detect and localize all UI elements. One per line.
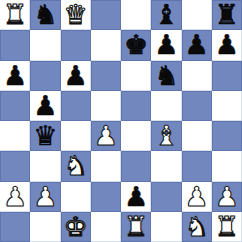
square-a7[interactable]: [0, 30, 30, 60]
square-c3[interactable]: ♞: [61, 151, 91, 181]
piece-black-knight-f6[interactable]: ♞: [154, 61, 178, 91]
square-g7[interactable]: ♟: [182, 30, 212, 60]
square-e8[interactable]: [121, 0, 151, 30]
square-d1[interactable]: [91, 212, 121, 242]
square-c1[interactable]: ♚: [61, 212, 91, 242]
piece-black-pawn-f7[interactable]: ♟: [154, 30, 178, 60]
piece-white-queen-c8[interactable]: ♛: [64, 0, 88, 30]
square-c7[interactable]: [61, 30, 91, 60]
square-a4[interactable]: [0, 121, 30, 151]
square-c4[interactable]: [61, 121, 91, 151]
piece-white-rook-h1[interactable]: ♜: [215, 212, 239, 242]
piece-white-bishop-f4[interactable]: ♝: [154, 121, 178, 151]
piece-black-pawn-c6[interactable]: ♟: [64, 61, 88, 91]
square-c5[interactable]: [61, 91, 91, 121]
square-d7[interactable]: [91, 30, 121, 60]
chess-board-wrapper: ♜♞♛♝♜♚♟♟♟♟♟♞♟♛♟♝♞♟♟♟♟♟♚♜♞♜: [0, 0, 242, 242]
square-g8[interactable]: [182, 0, 212, 30]
piece-black-pawn-h7[interactable]: ♟: [215, 30, 239, 60]
square-h7[interactable]: ♟: [212, 30, 242, 60]
square-e7[interactable]: ♚: [121, 30, 151, 60]
square-e4[interactable]: [121, 121, 151, 151]
square-g6[interactable]: [182, 61, 212, 91]
square-c6[interactable]: ♟: [61, 61, 91, 91]
square-a5[interactable]: [0, 91, 30, 121]
square-a2[interactable]: ♟: [0, 182, 30, 212]
square-e3[interactable]: [121, 151, 151, 181]
square-b2[interactable]: ♟: [30, 182, 60, 212]
piece-white-pawn-d4[interactable]: ♟: [94, 121, 118, 151]
square-g4[interactable]: [182, 121, 212, 151]
square-b8[interactable]: ♞: [30, 0, 60, 30]
square-d4[interactable]: ♟: [91, 121, 121, 151]
piece-black-king-e7[interactable]: ♚: [124, 30, 148, 60]
square-g1[interactable]: ♞: [182, 212, 212, 242]
square-f8[interactable]: ♝: [151, 0, 181, 30]
square-h6[interactable]: [212, 61, 242, 91]
square-a1[interactable]: [0, 212, 30, 242]
square-d8[interactable]: [91, 0, 121, 30]
square-d2[interactable]: [91, 182, 121, 212]
piece-black-rook-h8[interactable]: ♜: [215, 0, 239, 30]
piece-black-bishop-f8[interactable]: ♝: [154, 0, 178, 30]
square-d6[interactable]: [91, 61, 121, 91]
piece-black-pawn-b5[interactable]: ♟: [33, 91, 57, 121]
square-h1[interactable]: ♜: [212, 212, 242, 242]
square-h3[interactable]: [212, 151, 242, 181]
square-b6[interactable]: [30, 61, 60, 91]
piece-white-pawn-b2[interactable]: ♟: [33, 182, 57, 212]
square-h8[interactable]: ♜: [212, 0, 242, 30]
square-b4[interactable]: ♛: [30, 121, 60, 151]
square-d3[interactable]: [91, 151, 121, 181]
square-e1[interactable]: ♜: [121, 212, 151, 242]
piece-white-rook-a8[interactable]: ♜: [3, 0, 27, 30]
piece-white-knight-c3[interactable]: ♞: [64, 151, 88, 181]
square-b5[interactable]: ♟: [30, 91, 60, 121]
square-a6[interactable]: ♟: [0, 61, 30, 91]
piece-black-queen-b4[interactable]: ♛: [33, 121, 57, 151]
square-h5[interactable]: [212, 91, 242, 121]
square-b7[interactable]: [30, 30, 60, 60]
piece-black-pawn-g7[interactable]: ♟: [185, 30, 209, 60]
piece-white-pawn-h2[interactable]: ♟: [215, 182, 239, 212]
square-g5[interactable]: [182, 91, 212, 121]
square-f3[interactable]: [151, 151, 181, 181]
square-a8[interactable]: ♜: [0, 0, 30, 30]
square-b3[interactable]: [30, 151, 60, 181]
square-f7[interactable]: ♟: [151, 30, 181, 60]
square-d5[interactable]: [91, 91, 121, 121]
square-e5[interactable]: [121, 91, 151, 121]
square-h2[interactable]: ♟: [212, 182, 242, 212]
square-f1[interactable]: [151, 212, 181, 242]
square-f4[interactable]: ♝: [151, 121, 181, 151]
square-g2[interactable]: ♟: [182, 182, 212, 212]
piece-black-pawn-a6[interactable]: ♟: [3, 61, 27, 91]
square-g3[interactable]: [182, 151, 212, 181]
square-c2[interactable]: [61, 182, 91, 212]
piece-white-knight-g1[interactable]: ♞: [185, 212, 209, 242]
square-e2[interactable]: ♟: [121, 182, 151, 212]
piece-white-pawn-g2[interactable]: ♟: [185, 182, 209, 212]
square-b1[interactable]: [30, 212, 60, 242]
square-a3[interactable]: [0, 151, 30, 181]
square-f5[interactable]: [151, 91, 181, 121]
square-f6[interactable]: ♞: [151, 61, 181, 91]
chess-board: ♜♞♛♝♜♚♟♟♟♟♟♞♟♛♟♝♞♟♟♟♟♟♚♜♞♜: [0, 0, 242, 242]
square-h4[interactable]: [212, 121, 242, 151]
square-f2[interactable]: [151, 182, 181, 212]
square-c8[interactable]: ♛: [61, 0, 91, 30]
piece-black-pawn-e2[interactable]: ♟: [124, 182, 148, 212]
square-e6[interactable]: [121, 61, 151, 91]
piece-black-knight-b8[interactable]: ♞: [33, 0, 57, 30]
piece-white-rook-e1[interactable]: ♜: [124, 212, 148, 242]
piece-white-pawn-a2[interactable]: ♟: [3, 182, 27, 212]
piece-white-king-c1[interactable]: ♚: [64, 212, 88, 242]
